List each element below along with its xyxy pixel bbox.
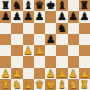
square-d5[interactable] bbox=[34, 34, 45, 45]
square-c5[interactable] bbox=[23, 34, 34, 45]
square-a1[interactable]: ♜ bbox=[0, 79, 11, 90]
square-e3[interactable] bbox=[45, 56, 56, 67]
square-b7[interactable]: ♟ bbox=[11, 11, 22, 22]
square-h5[interactable] bbox=[79, 34, 90, 45]
square-b4[interactable] bbox=[11, 45, 22, 56]
black-pawn-icon: ♟ bbox=[1, 11, 10, 22]
square-c2[interactable] bbox=[23, 68, 34, 79]
square-f6[interactable]: ♞ bbox=[56, 23, 67, 34]
square-g6[interactable] bbox=[68, 23, 79, 34]
square-h8[interactable]: ♜ bbox=[79, 0, 90, 11]
white-bishop-icon: ♝ bbox=[23, 79, 32, 90]
white-knight-icon: ♞ bbox=[12, 79, 21, 90]
square-h1[interactable]: ♜ bbox=[79, 79, 90, 90]
white-pawn-icon: ♟ bbox=[46, 68, 55, 79]
square-h3[interactable] bbox=[79, 56, 90, 67]
square-e4[interactable] bbox=[45, 45, 56, 56]
square-f7[interactable]: ♟ bbox=[56, 11, 67, 22]
square-h6[interactable] bbox=[79, 23, 90, 34]
white-rook-icon: ♜ bbox=[1, 79, 10, 90]
square-a7[interactable]: ♟ bbox=[0, 11, 11, 22]
white-pawn-icon: ♟ bbox=[23, 45, 32, 56]
square-f1[interactable]: ♝ bbox=[56, 79, 67, 90]
black-knight-icon: ♞ bbox=[57, 23, 66, 34]
square-d8[interactable]: ♛ bbox=[34, 0, 45, 11]
square-b1[interactable]: ♞ bbox=[11, 79, 22, 90]
square-b8[interactable]: ♞ bbox=[11, 0, 22, 11]
square-g4[interactable] bbox=[68, 45, 79, 56]
square-e6[interactable] bbox=[45, 23, 56, 34]
square-f8[interactable]: ♝ bbox=[56, 0, 67, 11]
square-c3[interactable] bbox=[23, 56, 34, 67]
black-pawn-icon: ♟ bbox=[46, 34, 55, 45]
black-queen-icon: ♛ bbox=[35, 0, 44, 11]
black-bishop-icon: ♝ bbox=[23, 0, 32, 11]
square-d7[interactable]: ♟ bbox=[34, 11, 45, 22]
square-g8[interactable] bbox=[68, 0, 79, 11]
square-a4[interactable] bbox=[0, 45, 11, 56]
white-pawn-icon: ♟ bbox=[68, 68, 77, 79]
square-g3[interactable] bbox=[68, 56, 79, 67]
square-h4[interactable] bbox=[79, 45, 90, 56]
white-knight-icon: ♞ bbox=[68, 79, 77, 90]
black-bishop-icon: ♝ bbox=[57, 0, 66, 11]
square-h7[interactable]: ♟ bbox=[79, 11, 90, 22]
square-c1[interactable]: ♝ bbox=[23, 79, 34, 90]
square-c6[interactable] bbox=[23, 23, 34, 34]
square-d2[interactable] bbox=[34, 68, 45, 79]
square-f2[interactable]: ♟ bbox=[56, 68, 67, 79]
square-d3[interactable] bbox=[34, 56, 45, 67]
white-queen-icon: ♛ bbox=[35, 79, 44, 90]
square-h2[interactable]: ♟ bbox=[79, 68, 90, 79]
square-c4[interactable]: ♟ bbox=[23, 45, 34, 56]
black-rook-icon: ♜ bbox=[80, 0, 89, 11]
white-pawn-icon: ♟ bbox=[1, 68, 10, 79]
square-e5[interactable]: ♟ bbox=[45, 34, 56, 45]
square-c8[interactable]: ♝ bbox=[23, 0, 34, 11]
square-d4[interactable]: ♟ bbox=[34, 45, 45, 56]
black-pawn-icon: ♟ bbox=[68, 11, 77, 22]
black-pawn-icon: ♟ bbox=[23, 11, 32, 22]
square-g5[interactable] bbox=[68, 34, 79, 45]
square-e8[interactable]: ♚ bbox=[45, 0, 56, 11]
square-g1[interactable]: ♞ bbox=[68, 79, 79, 90]
white-rook-icon: ♜ bbox=[80, 79, 89, 90]
white-king-icon: ♚ bbox=[46, 79, 55, 90]
black-pawn-icon: ♟ bbox=[12, 11, 21, 22]
square-d1[interactable]: ♛ bbox=[34, 79, 45, 90]
square-b6[interactable] bbox=[11, 23, 22, 34]
square-f5[interactable] bbox=[56, 34, 67, 45]
square-b2[interactable]: ♟ bbox=[11, 68, 22, 79]
square-d6[interactable] bbox=[34, 23, 45, 34]
square-a5[interactable] bbox=[0, 34, 11, 45]
square-f4[interactable] bbox=[56, 45, 67, 56]
white-pawn-icon: ♟ bbox=[35, 45, 44, 56]
chess-board: ♜♞♝♛♚♝♜♟♟♟♟♟♟♟♞♟♟♟♟♟♟♟♟♟♜♞♝♛♚♝♞♜ bbox=[0, 0, 90, 90]
white-pawn-icon: ♟ bbox=[80, 68, 89, 79]
black-king-icon: ♚ bbox=[46, 0, 55, 11]
black-pawn-icon: ♟ bbox=[80, 11, 89, 22]
square-e1[interactable]: ♚ bbox=[45, 79, 56, 90]
square-b5[interactable] bbox=[11, 34, 22, 45]
white-pawn-icon: ♟ bbox=[12, 68, 21, 79]
square-c7[interactable]: ♟ bbox=[23, 11, 34, 22]
square-e2[interactable]: ♟ bbox=[45, 68, 56, 79]
square-a8[interactable]: ♜ bbox=[0, 0, 11, 11]
square-g7[interactable]: ♟ bbox=[68, 11, 79, 22]
square-f3[interactable] bbox=[56, 56, 67, 67]
black-pawn-icon: ♟ bbox=[35, 11, 44, 22]
black-pawn-icon: ♟ bbox=[57, 11, 66, 22]
white-bishop-icon: ♝ bbox=[57, 79, 66, 90]
white-pawn-icon: ♟ bbox=[57, 68, 66, 79]
black-knight-icon: ♞ bbox=[12, 0, 21, 11]
square-e7[interactable] bbox=[45, 11, 56, 22]
square-b3[interactable] bbox=[11, 56, 22, 67]
square-g2[interactable]: ♟ bbox=[68, 68, 79, 79]
square-a2[interactable]: ♟ bbox=[0, 68, 11, 79]
square-a6[interactable] bbox=[0, 23, 11, 34]
black-rook-icon: ♜ bbox=[1, 0, 10, 11]
square-a3[interactable] bbox=[0, 56, 11, 67]
